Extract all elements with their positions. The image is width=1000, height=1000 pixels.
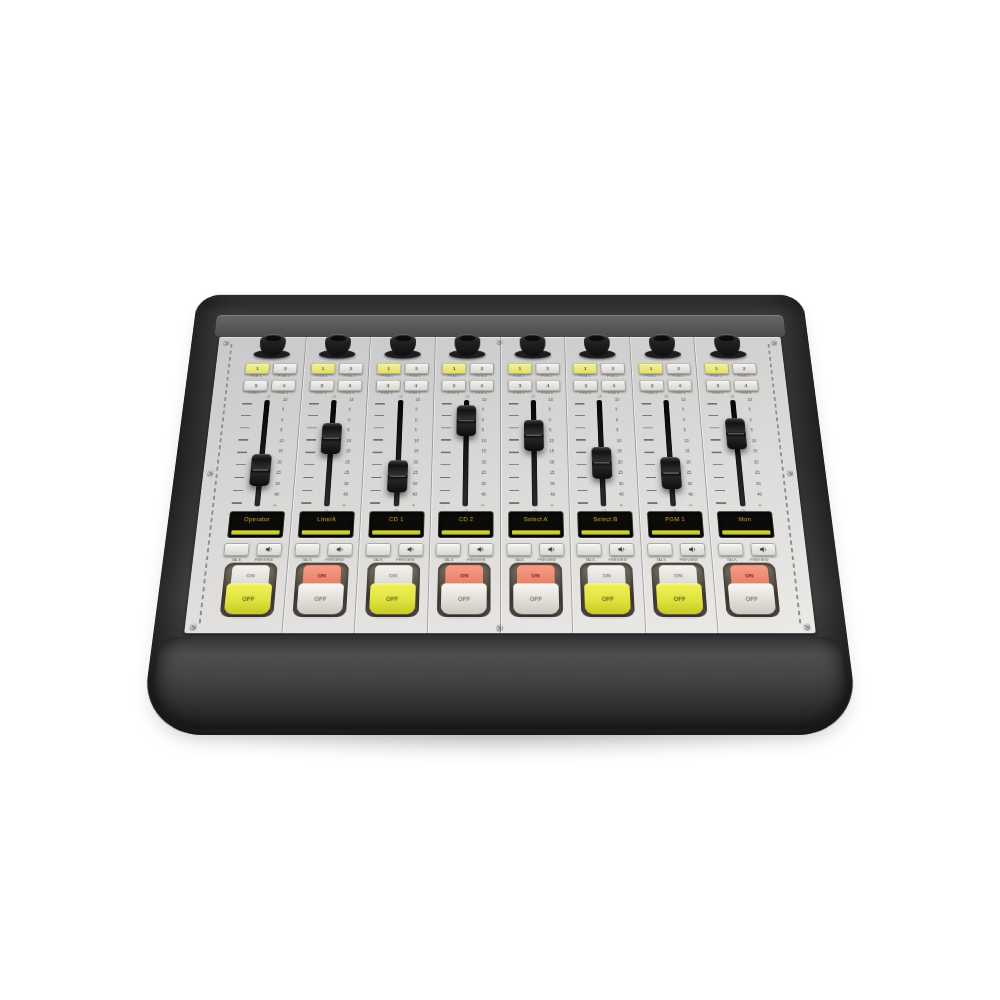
fader-scale-label: 40 [757, 493, 771, 497]
mini-button-row [641, 543, 711, 556]
fader-scale-label: 40 [481, 493, 495, 497]
channel-options-knob[interactable] [710, 334, 745, 359]
pgm-button-label: PGM 3 [574, 391, 597, 395]
fader-scale-label: ∞ [481, 504, 495, 508]
pgm-2-assign-button[interactable]: 2 [731, 363, 756, 374]
pgm-4-assign-button[interactable]: 4 [667, 380, 692, 391]
pgm-4-assign-button[interactable]: 4 [337, 380, 362, 391]
talk-button[interactable] [294, 543, 320, 556]
pgm-button-label: PGM 3 [441, 391, 464, 395]
preview-button[interactable] [750, 543, 776, 556]
channel-source-display: Mon [716, 511, 774, 538]
preview-button[interactable] [539, 543, 564, 556]
mini-button-labels: TALK PREVIEW [359, 557, 429, 561]
fader-scale-left [708, 403, 727, 504]
pgm-assign-grid: 1PGM 12PGM 23PGM 34PGM 4 [697, 363, 765, 395]
knob-top [718, 335, 736, 341]
fader-scale-label: 0 [750, 419, 764, 422]
fader-scale-label: 5 [415, 409, 428, 412]
pgm-cell: 4PGM 4 [403, 380, 426, 395]
mini-button-labels: TALK PREVIEW [217, 557, 287, 561]
channel-off-button[interactable]: OFF [441, 583, 487, 614]
fader-scale-label: 10 [349, 399, 362, 402]
pgm-button-number: 1 [649, 366, 652, 370]
pgm-button-number: 4 [546, 383, 549, 387]
channel-options-knob[interactable] [516, 334, 549, 359]
fader-scale-label: 10 [414, 440, 428, 444]
fader-scale-label: ∞ [620, 504, 634, 508]
fader-scale-label: 40 [688, 493, 702, 497]
talk-label: TALK [515, 557, 525, 561]
rear-chassis-edge [214, 315, 785, 337]
fader-cap[interactable] [249, 454, 272, 486]
fader-scale-label: 5 [482, 409, 495, 412]
talk-button[interactable] [506, 543, 531, 556]
preview-label: PREVIEW [608, 557, 627, 561]
fader-scale-right: 10505101520253040∞ [412, 399, 429, 508]
fader-cap[interactable] [524, 420, 544, 451]
fader-scale-label: 5 [482, 429, 495, 432]
channel-strips: 1PGM 12PGM 23PGM 34PGM 4 105051015202530… [209, 337, 791, 633]
fader-scale-label: 20 [550, 461, 564, 465]
fader-scale-label: 0 [281, 419, 295, 422]
mini-button-labels: TALK PREVIEW [642, 557, 712, 561]
fader-scale-label: 10 [549, 440, 562, 444]
channel-strip: 1PGM 12PGM 23PGM 34PGM 4 105051015202530… [500, 337, 573, 633]
front-armrest [149, 637, 851, 729]
channel-off-button[interactable]: OFF [369, 583, 416, 614]
pgm-cell: 3PGM 3 [705, 380, 729, 395]
fader-track[interactable] [730, 400, 746, 506]
pgm-1-assign-button[interactable]: 1 [311, 363, 336, 374]
fader-scale-label: 30 [550, 482, 564, 486]
pgm-cell: 4PGM 4 [337, 380, 361, 395]
channel-off-button[interactable]: OFF [224, 583, 273, 614]
fader-scale-label: 20 [754, 461, 768, 465]
pgm-cell: 3PGM 3 [639, 380, 663, 395]
pgm-button-label: PGM 2 [404, 374, 427, 378]
channel-off-button[interactable]: OFF [513, 583, 559, 614]
fader-scale-label: 10 [482, 399, 495, 402]
pgm-cell: 4PGM 4 [469, 380, 492, 395]
pgm-button-label: PGM 4 [668, 391, 691, 395]
fader-scale-label: 20 [413, 461, 427, 465]
pgm-3-assign-button[interactable]: 3 [508, 380, 533, 391]
fader-scale-label: 5 [749, 409, 763, 412]
fader-cap[interactable] [724, 418, 747, 449]
on-off-cluster: ON OFF [722, 563, 780, 617]
channel-on-button[interactable]: ON [588, 565, 626, 585]
fader-scale-label: 15 [278, 450, 292, 454]
fader-scale-label: 20 [618, 461, 632, 465]
display-status-bar [582, 530, 630, 534]
pgm-cell: 3PGM 3 [243, 380, 267, 395]
pgm-4-assign-button[interactable]: 4 [470, 380, 495, 391]
pgm-button-label: PGM 2 [535, 374, 558, 378]
fader-scale-left [232, 403, 252, 504]
screw [786, 470, 793, 476]
pgm-button-label: PGM 3 [243, 391, 266, 395]
pgm-button-label: PGM 2 [667, 374, 690, 378]
pgm-button-label: PGM 1 [442, 374, 465, 378]
talk-button[interactable] [365, 543, 391, 556]
pgm-cell: 1PGM 1 [245, 363, 269, 378]
talk-button[interactable] [717, 543, 743, 556]
pgm-2-assign-button[interactable]: 2 [273, 363, 298, 374]
display-status-bar [722, 530, 771, 534]
fader-scale-label: ∞ [342, 504, 356, 508]
talk-label: TALK [373, 557, 383, 561]
source-name: Operator [230, 517, 284, 522]
fader-scale-label: 5 [616, 429, 630, 432]
talk-label: TALK [656, 557, 666, 561]
pgm-button-label: PGM 1 [376, 374, 399, 378]
pgm-3-assign-button[interactable]: 3 [574, 380, 599, 391]
pgm-button-number: 4 [348, 383, 351, 387]
display-status-bar [372, 530, 420, 534]
channel-on-button[interactable]: ON [302, 565, 341, 585]
pgm-button-number: 4 [282, 383, 285, 387]
pgm-button-number: 3 [386, 383, 389, 387]
fader-scale-label: 25 [550, 472, 564, 476]
fader-scale-label: 20 [686, 461, 700, 465]
fader-scale-label: ∞ [689, 504, 703, 508]
fader-scale-label: 10 [747, 399, 761, 402]
mixing-console-body: 1PGM 12PGM 23PGM 34PGM 4 105051015202530… [140, 295, 860, 735]
source-name: Mon [718, 517, 772, 522]
channel-options-knob[interactable] [451, 334, 484, 359]
fader-scale-label: 5 [682, 409, 695, 412]
fader-scale-label: 15 [346, 450, 360, 454]
pgm-button-number: 2 [284, 366, 287, 370]
pgm-1-assign-button[interactable]: 1 [638, 363, 663, 374]
pgm-3-assign-button[interactable]: 3 [639, 380, 664, 391]
fader-scale-label: 10 [548, 399, 561, 402]
speaker-icon [477, 546, 485, 554]
pgm-2-assign-button[interactable]: 2 [470, 363, 494, 374]
speaker-icon [759, 546, 768, 554]
mini-button-labels: TALK PREVIEW [571, 557, 641, 561]
pgm-3-assign-button[interactable]: 3 [309, 380, 334, 391]
fader-scale-left [508, 403, 518, 504]
fader-scale-label: 30 [619, 482, 633, 486]
preview-button[interactable] [256, 543, 282, 556]
fader-scale-label: 25 [755, 472, 769, 476]
pgm-button-number: 4 [480, 383, 483, 387]
pgm-cell: 1PGM 1 [704, 363, 728, 378]
preview-button[interactable] [327, 543, 353, 556]
fader-scale-label: 15 [549, 450, 563, 454]
pgm-button-number: 2 [677, 366, 680, 370]
fader-scale-label: 10 [615, 399, 628, 402]
channel-options-knob[interactable] [645, 334, 679, 359]
display-status-bar [652, 530, 700, 534]
pgm-button-number: 4 [414, 383, 417, 387]
speaker-icon [618, 546, 627, 554]
fader-scale-label: 10 [681, 399, 694, 402]
fader-cap[interactable] [660, 457, 682, 489]
fader-scale-label: 25 [276, 472, 290, 476]
fader-scale-label: 0 [415, 419, 428, 422]
talk-button[interactable] [647, 543, 673, 556]
fader-scale-label: 40 [274, 493, 288, 497]
speaker-icon [547, 546, 556, 554]
preview-button[interactable] [398, 543, 424, 556]
pgm-4-assign-button[interactable]: 4 [271, 380, 296, 391]
pgm-cell: 2PGM 2 [470, 363, 493, 378]
fader-scale-label: 40 [343, 493, 357, 497]
talk-button[interactable] [436, 543, 461, 556]
fader-scale-label: 15 [753, 450, 767, 454]
channel-off-button[interactable]: OFF [585, 583, 632, 614]
pgm-1-assign-button[interactable]: 1 [508, 363, 532, 374]
pgm-button-number: 3 [254, 383, 257, 387]
source-name: Select B [579, 517, 633, 522]
channel-options-knob[interactable] [581, 334, 615, 359]
pgm-cell: 3PGM 3 [309, 380, 333, 395]
pgm-4-assign-button[interactable]: 4 [733, 380, 759, 391]
pgm-button-label: PGM 4 [337, 391, 360, 395]
fader-scale-label: 10 [482, 440, 495, 444]
pgm-4-assign-button[interactable]: 4 [403, 380, 428, 391]
channel-on-button[interactable]: ON [517, 565, 555, 585]
pgm-button-label: PGM 1 [639, 374, 662, 378]
fader-scale-label: 0 [616, 419, 629, 422]
pgm-button-number: 1 [387, 366, 390, 370]
pgm-cell: 2PGM 2 [338, 363, 361, 378]
preview-label: PREVIEW [467, 557, 486, 561]
pgm-assign-grid: 1PGM 12PGM 23PGM 34PGM 4 [566, 363, 632, 395]
pgm-cell: 1PGM 1 [376, 363, 399, 378]
fader-scale-left [575, 403, 588, 504]
pgm-assign-grid: 1PGM 12PGM 23PGM 34PGM 4 [368, 363, 434, 395]
channel-off-button[interactable]: OFF [656, 583, 704, 614]
product-photo: 1PGM 12PGM 23PGM 34PGM 4 105051015202530… [0, 0, 1000, 1000]
pgm-cell: 2PGM 2 [666, 363, 690, 378]
channel-off-button[interactable]: OFF [296, 583, 344, 614]
pgm-cell: 3PGM 3 [375, 380, 398, 395]
fader-cap[interactable] [456, 405, 476, 436]
fader-track[interactable] [663, 400, 676, 506]
pgm-button-number: 3 [584, 383, 587, 387]
fader-scale-label: ∞ [758, 504, 772, 508]
pgm-button-number: 3 [650, 383, 653, 387]
preview-button[interactable] [468, 543, 493, 556]
mini-button-row [711, 543, 782, 556]
fader-scale-label: 30 [413, 482, 427, 486]
fader-cap[interactable] [320, 423, 342, 454]
pgm-1-assign-button[interactable]: 1 [376, 363, 401, 374]
channel-options-knob[interactable] [386, 334, 420, 359]
fader-scale-label: 5 [549, 409, 562, 412]
pgm-button-number: 1 [584, 366, 587, 370]
preview-button[interactable] [609, 543, 635, 556]
pgm-assign-grid: 1PGM 12PGM 23PGM 34PGM 4 [434, 363, 499, 395]
fader-scale-left [439, 403, 451, 504]
channel-on-button[interactable]: ON [659, 565, 698, 585]
display-status-bar [512, 530, 560, 534]
fader-scale-label: 15 [482, 450, 495, 454]
pgm-button-label: PGM 1 [245, 374, 268, 378]
pgm-button-label: PGM 4 [469, 391, 492, 395]
knob-top [653, 335, 671, 341]
pgm-button-label: PGM 2 [601, 374, 624, 378]
pgm-button-label: PGM 3 [706, 391, 729, 395]
preview-label: PREVIEW [325, 557, 344, 561]
display-status-bar [302, 530, 350, 534]
screw [189, 623, 196, 629]
fader-cap[interactable] [592, 447, 613, 479]
fader-scale-label: 30 [275, 482, 289, 486]
on-off-cluster: ON OFF [220, 563, 278, 617]
pgm-button-number: 3 [716, 383, 719, 387]
talk-label: TALK [585, 557, 595, 561]
fader-scale-label: 15 [414, 450, 428, 454]
fader-scale-label: 25 [618, 472, 632, 476]
preview-label: PREVIEW [538, 557, 557, 561]
fader-scale-label: 10 [416, 399, 429, 402]
fader-scale-label: 5 [280, 429, 294, 432]
pgm-button-number: 2 [349, 366, 352, 370]
fader-scale-right: 10505101520253040∞ [481, 399, 495, 508]
pgm-button-number: 2 [415, 366, 418, 370]
pgm-3-assign-button[interactable]: 3 [375, 380, 400, 391]
pgm-button-number: 3 [320, 383, 323, 387]
pgm-assign-grid: 1PGM 12PGM 23PGM 34PGM 4 [631, 363, 698, 395]
pgm-4-assign-button[interactable]: 4 [536, 380, 561, 391]
talk-button[interactable] [224, 543, 250, 556]
pgm-button-label: PGM 1 [705, 374, 728, 378]
pgm-button-number: 1 [715, 366, 718, 370]
mini-button-row [218, 543, 289, 556]
talk-label: TALK [444, 557, 454, 561]
fader-scale-label: ∞ [550, 504, 564, 508]
pgm-2-assign-button[interactable]: 2 [404, 363, 429, 374]
knob-top [394, 335, 411, 341]
pgm-3-assign-button[interactable]: 3 [442, 380, 467, 391]
channel-on-button[interactable]: ON [445, 565, 483, 585]
pgm-1-assign-button[interactable]: 1 [704, 363, 729, 374]
pgm-1-assign-button[interactable]: 1 [245, 363, 270, 374]
channel-source-display: Select B [578, 511, 635, 538]
pgm-button-number: 1 [453, 366, 456, 370]
fader-track[interactable] [531, 400, 538, 506]
pgm-cell: 4PGM 4 [271, 380, 295, 395]
pgm-button-label: PGM 3 [508, 391, 531, 395]
pgm-4-assign-button[interactable]: 4 [601, 380, 626, 391]
fader-cap[interactable] [387, 460, 408, 492]
pgm-button-label: PGM 2 [733, 374, 756, 378]
fader-scale-label: 40 [619, 493, 633, 497]
pgm-button-label: PGM 1 [508, 374, 531, 378]
pgm-button-label: PGM 3 [309, 391, 332, 395]
channel-on-button[interactable]: ON [374, 565, 412, 585]
pgm-cell: 2PGM 2 [731, 363, 755, 378]
channel-on-button[interactable]: ON [231, 565, 271, 585]
pgm-button-label: PGM 4 [271, 391, 294, 395]
fader-scale-label: 30 [756, 482, 770, 486]
pgm-2-assign-button[interactable]: 2 [338, 363, 363, 374]
source-name: Line/A [300, 517, 354, 522]
fader-scale-right: 10505101520253040∞ [615, 399, 634, 508]
fader-scale-label: 5 [615, 409, 628, 412]
pgm-cell: 1PGM 1 [508, 363, 531, 378]
fader-scale-label: 25 [413, 472, 427, 476]
talk-button[interactable] [577, 543, 603, 556]
fader-scale-label: 0 [549, 419, 562, 422]
talk-label: TALK [727, 557, 737, 561]
on-off-cluster: ON OFF [651, 563, 708, 617]
fader-scale-label: 5 [282, 409, 296, 412]
source-name: CD 1 [370, 517, 424, 522]
pgm-cell: 1PGM 1 [310, 363, 334, 378]
pgm-button-number: 2 [546, 366, 549, 370]
channel-off-button[interactable]: OFF [727, 583, 776, 614]
pgm-button-label: PGM 3 [375, 391, 398, 395]
screw [223, 340, 230, 345]
pgm-1-assign-button[interactable]: 1 [573, 363, 598, 374]
pgm-3-assign-button[interactable]: 3 [705, 380, 730, 391]
fader-scale-label: 10 [617, 440, 631, 444]
channel-on-button[interactable]: ON [730, 565, 770, 585]
on-off-cluster: ON OFF [365, 563, 420, 617]
channel-source-display: Operator [227, 511, 285, 538]
speaker-icon [688, 546, 697, 554]
pgm-cell: 4PGM 4 [667, 380, 691, 395]
pgm-button-number: 4 [678, 383, 681, 387]
mini-button-labels: TALK PREVIEW [500, 557, 570, 561]
mini-button-row [288, 543, 358, 556]
mini-button-row [359, 543, 429, 556]
pgm-assign-grid: 1PGM 12PGM 23PGM 34PGM 4 [500, 363, 565, 395]
pgm-2-assign-button[interactable]: 2 [535, 363, 559, 374]
channel-source-display: Select A [508, 511, 564, 538]
pgm-2-assign-button[interactable]: 2 [601, 363, 626, 374]
pgm-1-assign-button[interactable]: 1 [442, 363, 466, 374]
preview-label: PREVIEW [254, 557, 273, 561]
source-name: CD 2 [439, 517, 493, 522]
preview-label: PREVIEW [679, 557, 698, 561]
channel-options-knob[interactable] [320, 334, 354, 359]
mini-button-labels: TALK PREVIEW [430, 557, 500, 561]
pgm-cell: 3PGM 3 [574, 380, 597, 395]
fader-scale-label: 10 [684, 440, 698, 444]
channel-source-display: Line/A [298, 511, 355, 538]
fader-scale-label: 5 [683, 429, 697, 432]
pgm-button-number: 1 [322, 366, 325, 370]
fader-scale-label: ∞ [273, 504, 287, 508]
talk-label: TALK [302, 557, 312, 561]
source-name: Select A [509, 517, 563, 522]
preview-button[interactable] [680, 543, 706, 556]
fader-scale-label: 40 [412, 493, 426, 497]
on-off-cluster: ON OFF [292, 563, 349, 617]
fader-scale-label: 0 [482, 419, 495, 422]
speaker-icon [406, 546, 415, 554]
pgm-button-number: 1 [518, 366, 521, 370]
pgm-3-assign-button[interactable]: 3 [243, 380, 269, 391]
pgm-cell: 2PGM 2 [404, 363, 427, 378]
fader-scale-label: 25 [687, 472, 701, 476]
pgm-2-assign-button[interactable]: 2 [666, 363, 691, 374]
fader-scale-label: 5 [549, 429, 562, 432]
control-panel: 1PGM 12PGM 23PGM 34PGM 4 105051015202530… [184, 337, 816, 633]
channel-strip: 1PGM 12PGM 23PGM 34PGM 4 105051015202530… [427, 337, 500, 633]
pgm-button-label: PGM 4 [734, 391, 757, 395]
channel-options-knob[interactable] [255, 334, 290, 359]
fader-scale-label: 30 [687, 482, 701, 486]
fader-scale-label: 5 [414, 429, 427, 432]
